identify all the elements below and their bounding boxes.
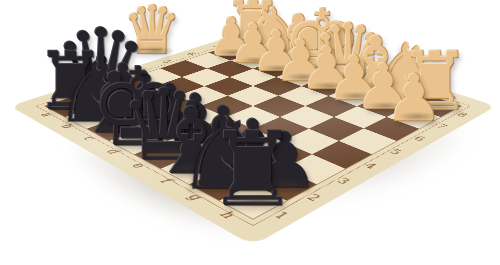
piece-black-rook-a1: ♜ [31,42,111,122]
king-glyph: ♚ [279,0,366,86]
piece-shadow [156,159,235,177]
queen-glyph: ♛ [115,76,213,174]
piece-black-pawn-b2: ♟ [92,56,154,118]
piece-black-bishop-f1: ♝ [145,95,237,187]
pawn-glyph: ♟ [226,17,280,71]
piece-black-pawn-g2: ♟ [216,110,289,183]
piece-shadow [331,90,382,102]
piece-camel-pawn-e7: ♟ [297,39,355,97]
bishop-glyph: ♝ [73,62,156,145]
piece-shadow [41,98,109,114]
piece-black-queen-e1: ♛ [115,76,213,174]
piece-black-rook-h1: ♜ [202,119,304,221]
piece-camel-rook-a8: ♜ [220,0,286,58]
piece-camel-pawn-c7: ♟ [249,24,304,79]
piece-black-pawn-c2: ♟ [114,66,178,130]
piece-shadow [127,44,183,57]
piece-camel-pawn-a7: ♟ [205,11,257,63]
piece-shadow [318,69,385,85]
queen-glyph: ♛ [309,14,388,93]
piece-shadow [127,144,211,164]
king-glyph: ♚ [84,54,192,162]
piece-camel-rook-h8: ♜ [395,42,475,122]
rook-glyph: ♜ [220,0,286,58]
piece-black-queen-offboard: ♛ [47,15,155,123]
piece-shadow [256,176,321,191]
pawn-glyph: ♟ [352,56,414,118]
piece-camel-bishop-c8: ♝ [264,6,331,73]
piece-camel-knight-b8: ♞ [241,0,308,66]
piece-camel-bishop-f8: ♝ [339,27,412,100]
pawn-glyph: ♟ [216,110,289,183]
piece-camel-queen-e8: ♛ [309,14,388,93]
piece-shadow [211,47,255,57]
piece-camel-pawn-h7: ♟ [382,66,446,130]
piece-shadow [279,71,327,82]
piece-shadow [79,90,130,102]
piece-black-pawn-h2: ♟ [247,123,323,199]
piece-shadow [225,161,287,176]
piece-shadow [214,190,301,210]
piece-camel-pawn-f7: ♟ [324,48,384,108]
piece-camel-pawn-d7: ♟ [272,32,329,89]
pawn-glyph: ♟ [382,66,446,130]
piece-black-king-d1: ♚ [84,54,192,162]
bishop-glyph: ♝ [264,6,331,73]
pawn-glyph: ♟ [324,48,384,108]
pawn-glyph: ♟ [161,86,229,154]
piece-shadow [405,98,473,114]
pawn-glyph: ♟ [249,24,304,79]
piece-shadow [304,80,354,92]
piece-shadow [145,122,201,135]
piece-shadow [228,39,284,52]
knight-glyph: ♞ [51,51,134,134]
knight-glyph: ♞ [365,34,443,112]
piece-shadow [99,100,152,112]
piece-shadow [83,120,154,137]
rook-glyph: ♜ [31,42,111,122]
piece-shadow [272,54,329,67]
piece-shadow [184,174,268,194]
pawn-glyph: ♟ [188,98,259,169]
knight-glyph: ♞ [172,105,270,203]
rook-glyph: ♜ [202,119,304,221]
rook-glyph: ♜ [395,42,475,122]
pawn-glyph: ♟ [72,48,132,108]
piece-camel-knight-g8: ♞ [365,34,443,112]
piece-shadow [375,88,441,104]
piece-black-pawn-a2: ♟ [72,48,132,108]
piece-black-knight-b1: ♞ [51,51,134,134]
queen-glyph: ♛ [47,15,155,123]
piece-shadow [121,110,175,123]
piece-camel-queen-offboard: ♛ [119,0,185,64]
piece-shadow [97,130,189,152]
piece-shadow [289,60,363,77]
piece-camel-king-d8: ♚ [279,0,366,86]
queen-glyph: ♛ [119,0,185,64]
knight-glyph: ♞ [241,0,308,66]
piece-shadow [249,46,306,59]
chess-set-photo: abcdefgh 87654321 abcdefgh 87654321 ♜♞♝♚… [0,0,500,265]
piece-camel-pawn-g7: ♟ [352,56,414,118]
piece-shadow [233,55,279,66]
piece-black-knight-g1: ♞ [172,105,270,203]
piece-shadow [255,63,302,74]
piece-black-pawn-d2: ♟ [137,76,203,142]
pawn-glyph: ♟ [137,76,203,142]
piece-black-pawn-e2: ♟ [161,86,229,154]
bishop-glyph: ♝ [339,27,412,100]
pawn-glyph: ♟ [205,11,257,63]
piece-black-bishop-c1: ♝ [73,62,156,145]
pawn-glyph: ♟ [247,123,323,199]
bishop-glyph: ♝ [145,95,237,187]
piece-shadow [61,109,131,126]
piece-black-pawn-f2: ♟ [188,98,259,169]
piece-shadow [347,79,409,94]
pawn-glyph: ♟ [297,39,355,97]
pieces-layer: ♜♞♝♚♛♝♞♜♟♟♟♟♟♟♟♟♟♟♟♟♟♟♟♟♜♞♝♚♛♝♞♜♛♛ [0,0,500,265]
piece-camel-pawn-b7: ♟ [226,17,280,71]
piece-shadow [170,134,228,148]
pawn-glyph: ♟ [272,32,329,89]
piece-shadow [196,147,256,161]
pawn-glyph: ♟ [114,66,178,130]
piece-shadow [60,90,152,112]
pawn-glyph: ♟ [92,56,154,118]
piece-shadow [359,100,412,112]
piece-shadow [390,110,444,123]
